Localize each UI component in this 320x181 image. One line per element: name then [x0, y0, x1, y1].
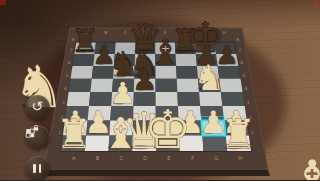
file-label-top-B: B: [104, 30, 107, 35]
file-label-bottom-F: F: [191, 155, 194, 161]
undo-button[interactable]: ↺: [25, 95, 50, 120]
rank-label-left-6: 6: [68, 60, 71, 65]
piece-white-rook-h1[interactable]: ♜: [220, 111, 256, 158]
piece-white-king-e1[interactable]: ♚: [144, 99, 192, 160]
undo-icon: ↺: [31, 99, 43, 113]
screen-corner-artifact-right: [314, 2, 319, 6]
file-label-bottom-G: G: [214, 155, 218, 161]
file-label-bottom-B: B: [96, 155, 100, 161]
piece-black-pawn-d5[interactable]: ♟: [132, 64, 157, 97]
screen-corner-artifact-left: [0, 0, 6, 5]
square-a5[interactable]: [69, 79, 92, 92]
square-a6[interactable]: [71, 66, 94, 79]
piece-white-knight-g5[interactable]: ♞: [193, 57, 225, 98]
rank-label-left-5: 5: [66, 73, 69, 78]
game-screen: AABBCCDDEEFFGGHH1122334455667788♜♛♜♚♟♝♟♟…: [0, 0, 320, 180]
rank-label-right-6: 6: [240, 60, 243, 65]
board-lock-button[interactable]: [25, 125, 50, 150]
board-lock-icon: [25, 125, 39, 139]
chessboard-scene: AABBCCDDEEFFGGHH1122334455667788♜♛♜♚♟♝♟♟…: [0, 0, 320, 180]
captured-white-bishop: ♝: [290, 150, 320, 180]
pause-icon: [33, 164, 41, 173]
rank-label-right-5: 5: [242, 73, 245, 78]
file-label-top-C: C: [124, 30, 127, 35]
rank-label-right-4: 4: [245, 86, 248, 91]
pause-button[interactable]: [25, 156, 50, 181]
